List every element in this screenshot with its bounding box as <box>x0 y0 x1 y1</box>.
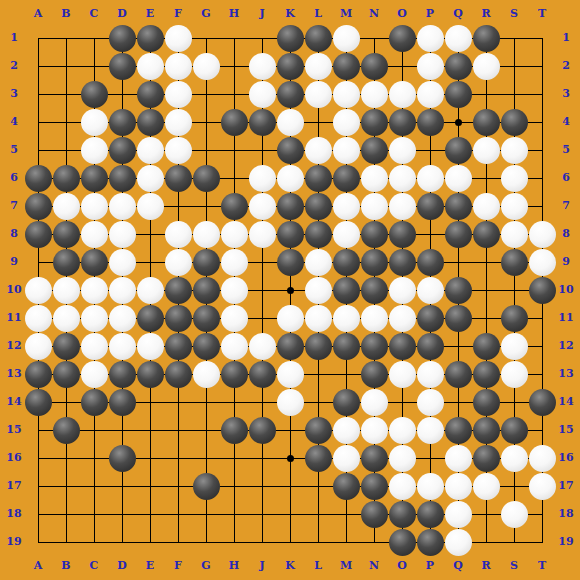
black-stone-R15 <box>473 417 500 444</box>
black-stone-N2 <box>361 53 388 80</box>
row-label-right-1: 1 <box>552 31 580 45</box>
row-label-right-14: 14 <box>552 395 580 409</box>
white-stone-L5 <box>305 137 332 164</box>
white-stone-C4 <box>81 109 108 136</box>
black-stone-P4 <box>417 109 444 136</box>
white-stone-B10 <box>53 277 80 304</box>
black-stone-E11 <box>137 305 164 332</box>
row-label-right-12: 12 <box>552 339 580 353</box>
row-label-right-9: 9 <box>552 255 580 269</box>
row-label-left-16: 16 <box>0 451 28 465</box>
white-stone-F3 <box>165 81 192 108</box>
black-stone-B6 <box>53 165 80 192</box>
col-label-bottom-P: P <box>416 559 444 573</box>
row-label-right-5: 5 <box>552 143 580 157</box>
black-stone-M2 <box>333 53 360 80</box>
black-stone-Q3 <box>445 81 472 108</box>
col-label-bottom-A: A <box>24 559 52 573</box>
go-board-screenshot: AABBCCDDEEFFGGHHJJKKLLMMNNOOPPQQRRSSTT11… <box>0 0 580 580</box>
white-stone-R7 <box>473 193 500 220</box>
black-stone-C14 <box>81 389 108 416</box>
col-label-top-J: J <box>248 7 276 21</box>
white-stone-S5 <box>501 137 528 164</box>
col-label-bottom-B: B <box>52 559 80 573</box>
black-stone-H15 <box>221 417 248 444</box>
black-stone-P19 <box>417 529 444 556</box>
white-stone-S16 <box>501 445 528 472</box>
white-stone-D9 <box>109 249 136 276</box>
white-stone-J12 <box>249 333 276 360</box>
black-stone-S15 <box>501 417 528 444</box>
black-stone-Q8 <box>445 221 472 248</box>
row-label-left-3: 3 <box>0 87 28 101</box>
black-stone-L7 <box>305 193 332 220</box>
black-stone-N10 <box>361 277 388 304</box>
black-stone-J15 <box>249 417 276 444</box>
col-label-top-T: T <box>528 7 556 21</box>
white-stone-N6 <box>361 165 388 192</box>
white-stone-G2 <box>193 53 220 80</box>
white-stone-M7 <box>333 193 360 220</box>
white-stone-L9 <box>305 249 332 276</box>
black-stone-R1 <box>473 25 500 52</box>
white-stone-S6 <box>501 165 528 192</box>
white-stone-S8 <box>501 221 528 248</box>
white-stone-F4 <box>165 109 192 136</box>
white-stone-D12 <box>109 333 136 360</box>
col-label-bottom-M: M <box>332 559 360 573</box>
white-stone-M11 <box>333 305 360 332</box>
white-stone-L3 <box>305 81 332 108</box>
black-stone-C6 <box>81 165 108 192</box>
col-label-top-D: D <box>108 7 136 21</box>
black-stone-O1 <box>389 25 416 52</box>
black-stone-Q13 <box>445 361 472 388</box>
black-stone-K5 <box>277 137 304 164</box>
row-label-left-8: 8 <box>0 227 28 241</box>
col-label-bottom-C: C <box>80 559 108 573</box>
col-label-bottom-F: F <box>164 559 192 573</box>
col-label-bottom-T: T <box>528 559 556 573</box>
row-label-left-14: 14 <box>0 395 28 409</box>
row-label-left-17: 17 <box>0 479 28 493</box>
black-stone-L15 <box>305 417 332 444</box>
row-label-left-11: 11 <box>0 311 28 325</box>
white-stone-P13 <box>417 361 444 388</box>
black-stone-R4 <box>473 109 500 136</box>
white-stone-H9 <box>221 249 248 276</box>
black-stone-N12 <box>361 333 388 360</box>
black-stone-D4 <box>109 109 136 136</box>
black-stone-N8 <box>361 221 388 248</box>
black-stone-P11 <box>417 305 444 332</box>
white-stone-P1 <box>417 25 444 52</box>
white-stone-O13 <box>389 361 416 388</box>
black-stone-A14 <box>25 389 52 416</box>
black-stone-G17 <box>193 473 220 500</box>
white-stone-B7 <box>53 193 80 220</box>
black-stone-C9 <box>81 249 108 276</box>
white-stone-H11 <box>221 305 248 332</box>
white-stone-O6 <box>389 165 416 192</box>
white-stone-K13 <box>277 361 304 388</box>
black-stone-B9 <box>53 249 80 276</box>
black-stone-L16 <box>305 445 332 472</box>
white-stone-N15 <box>361 417 388 444</box>
black-stone-J4 <box>249 109 276 136</box>
white-stone-C5 <box>81 137 108 164</box>
black-stone-M14 <box>333 389 360 416</box>
black-stone-R8 <box>473 221 500 248</box>
col-label-bottom-H: H <box>220 559 248 573</box>
black-stone-L8 <box>305 221 332 248</box>
black-stone-N17 <box>361 473 388 500</box>
white-stone-D10 <box>109 277 136 304</box>
white-stone-L10 <box>305 277 332 304</box>
white-stone-P2 <box>417 53 444 80</box>
black-stone-B12 <box>53 333 80 360</box>
black-stone-Q5 <box>445 137 472 164</box>
row-label-right-18: 18 <box>552 507 580 521</box>
white-stone-Q6 <box>445 165 472 192</box>
white-stone-F8 <box>165 221 192 248</box>
black-stone-J13 <box>249 361 276 388</box>
black-stone-Q2 <box>445 53 472 80</box>
black-stone-G10 <box>193 277 220 304</box>
white-stone-P17 <box>417 473 444 500</box>
white-stone-E10 <box>137 277 164 304</box>
black-stone-Q11 <box>445 305 472 332</box>
white-stone-C8 <box>81 221 108 248</box>
white-stone-C13 <box>81 361 108 388</box>
white-stone-J7 <box>249 193 276 220</box>
black-stone-G11 <box>193 305 220 332</box>
col-label-top-M: M <box>332 7 360 21</box>
white-stone-O10 <box>389 277 416 304</box>
white-stone-S18 <box>501 501 528 528</box>
white-stone-R5 <box>473 137 500 164</box>
white-stone-O11 <box>389 305 416 332</box>
row-label-left-13: 13 <box>0 367 28 381</box>
white-stone-H12 <box>221 333 248 360</box>
white-stone-P14 <box>417 389 444 416</box>
row-label-left-2: 2 <box>0 59 28 73</box>
black-stone-F12 <box>165 333 192 360</box>
white-stone-Q16 <box>445 445 472 472</box>
black-stone-N16 <box>361 445 388 472</box>
white-stone-C10 <box>81 277 108 304</box>
white-stone-A10 <box>25 277 52 304</box>
black-stone-K1 <box>277 25 304 52</box>
black-stone-C3 <box>81 81 108 108</box>
white-stone-A11 <box>25 305 52 332</box>
white-stone-M1 <box>333 25 360 52</box>
row-label-right-10: 10 <box>552 283 580 297</box>
white-stone-M15 <box>333 417 360 444</box>
row-label-right-3: 3 <box>552 87 580 101</box>
white-stone-M4 <box>333 109 360 136</box>
white-stone-M5 <box>333 137 360 164</box>
black-stone-D6 <box>109 165 136 192</box>
black-stone-R13 <box>473 361 500 388</box>
col-label-top-A: A <box>24 7 52 21</box>
black-stone-G9 <box>193 249 220 276</box>
white-stone-E2 <box>137 53 164 80</box>
col-label-top-L: L <box>304 7 332 21</box>
col-label-bottom-D: D <box>108 559 136 573</box>
black-stone-Q15 <box>445 417 472 444</box>
black-stone-P9 <box>417 249 444 276</box>
white-stone-S12 <box>501 333 528 360</box>
black-stone-P18 <box>417 501 444 528</box>
row-label-right-7: 7 <box>552 199 580 213</box>
black-stone-E4 <box>137 109 164 136</box>
white-stone-F1 <box>165 25 192 52</box>
black-stone-K9 <box>277 249 304 276</box>
col-label-top-B: B <box>52 7 80 21</box>
white-stone-D11 <box>109 305 136 332</box>
black-stone-H13 <box>221 361 248 388</box>
row-label-right-8: 8 <box>552 227 580 241</box>
white-stone-N14 <box>361 389 388 416</box>
white-stone-D8 <box>109 221 136 248</box>
white-stone-O16 <box>389 445 416 472</box>
white-stone-P3 <box>417 81 444 108</box>
black-stone-O19 <box>389 529 416 556</box>
row-label-left-9: 9 <box>0 255 28 269</box>
row-label-left-18: 18 <box>0 507 28 521</box>
col-label-top-G: G <box>192 7 220 21</box>
white-stone-P10 <box>417 277 444 304</box>
row-label-left-1: 1 <box>0 31 28 45</box>
black-stone-Q10 <box>445 277 472 304</box>
white-stone-N7 <box>361 193 388 220</box>
row-label-right-15: 15 <box>552 423 580 437</box>
white-stone-H8 <box>221 221 248 248</box>
row-label-right-4: 4 <box>552 115 580 129</box>
black-stone-A8 <box>25 221 52 248</box>
black-stone-K2 <box>277 53 304 80</box>
white-stone-Q19 <box>445 529 472 556</box>
row-label-left-4: 4 <box>0 115 28 129</box>
col-label-top-E: E <box>136 7 164 21</box>
col-label-top-S: S <box>500 7 528 21</box>
black-stone-O8 <box>389 221 416 248</box>
col-label-bottom-Q: Q <box>444 559 472 573</box>
black-stone-R16 <box>473 445 500 472</box>
black-stone-D14 <box>109 389 136 416</box>
col-label-bottom-K: K <box>276 559 304 573</box>
white-stone-J8 <box>249 221 276 248</box>
black-stone-F6 <box>165 165 192 192</box>
col-label-top-N: N <box>360 7 388 21</box>
row-label-right-2: 2 <box>552 59 580 73</box>
black-stone-S9 <box>501 249 528 276</box>
col-label-bottom-E: E <box>136 559 164 573</box>
white-stone-D7 <box>109 193 136 220</box>
row-label-left-6: 6 <box>0 171 28 185</box>
black-stone-B15 <box>53 417 80 444</box>
row-label-right-11: 11 <box>552 311 580 325</box>
black-stone-O4 <box>389 109 416 136</box>
row-label-right-19: 19 <box>552 535 580 549</box>
black-stone-K7 <box>277 193 304 220</box>
black-stone-F13 <box>165 361 192 388</box>
black-stone-D16 <box>109 445 136 472</box>
black-stone-O12 <box>389 333 416 360</box>
col-label-bottom-L: L <box>304 559 332 573</box>
white-stone-B11 <box>53 305 80 332</box>
col-label-bottom-J: J <box>248 559 276 573</box>
black-stone-G6 <box>193 165 220 192</box>
white-stone-P6 <box>417 165 444 192</box>
black-stone-R12 <box>473 333 500 360</box>
white-stone-O17 <box>389 473 416 500</box>
col-label-bottom-G: G <box>192 559 220 573</box>
col-label-top-P: P <box>416 7 444 21</box>
black-stone-R14 <box>473 389 500 416</box>
white-stone-G13 <box>193 361 220 388</box>
white-stone-K6 <box>277 165 304 192</box>
black-stone-E13 <box>137 361 164 388</box>
black-stone-K3 <box>277 81 304 108</box>
black-stone-D2 <box>109 53 136 80</box>
row-label-left-12: 12 <box>0 339 28 353</box>
black-stone-A7 <box>25 193 52 220</box>
black-stone-M12 <box>333 333 360 360</box>
white-stone-G8 <box>193 221 220 248</box>
col-label-top-Q: Q <box>444 7 472 21</box>
white-stone-S7 <box>501 193 528 220</box>
white-stone-S13 <box>501 361 528 388</box>
white-stone-F9 <box>165 249 192 276</box>
black-stone-H4 <box>221 109 248 136</box>
white-stone-L2 <box>305 53 332 80</box>
white-stone-Q17 <box>445 473 472 500</box>
black-stone-D1 <box>109 25 136 52</box>
star-point-K10 <box>287 287 294 294</box>
star-point-K16 <box>287 455 294 462</box>
row-label-left-5: 5 <box>0 143 28 157</box>
black-stone-B13 <box>53 361 80 388</box>
col-label-bottom-S: S <box>500 559 528 573</box>
black-stone-M9 <box>333 249 360 276</box>
white-stone-H10 <box>221 277 248 304</box>
row-label-left-19: 19 <box>0 535 28 549</box>
black-stone-O9 <box>389 249 416 276</box>
black-stone-K8 <box>277 221 304 248</box>
black-stone-N9 <box>361 249 388 276</box>
black-stone-N5 <box>361 137 388 164</box>
row-label-right-6: 6 <box>552 171 580 185</box>
white-stone-M8 <box>333 221 360 248</box>
white-stone-C11 <box>81 305 108 332</box>
black-stone-S4 <box>501 109 528 136</box>
black-stone-E1 <box>137 25 164 52</box>
white-stone-C7 <box>81 193 108 220</box>
star-point-Q4 <box>455 119 462 126</box>
black-stone-A13 <box>25 361 52 388</box>
white-stone-K4 <box>277 109 304 136</box>
row-label-right-16: 16 <box>552 451 580 465</box>
col-label-bottom-O: O <box>388 559 416 573</box>
col-label-top-O: O <box>388 7 416 21</box>
row-label-left-7: 7 <box>0 199 28 213</box>
row-label-right-17: 17 <box>552 479 580 493</box>
col-label-top-C: C <box>80 7 108 21</box>
white-stone-M16 <box>333 445 360 472</box>
white-stone-J3 <box>249 81 276 108</box>
black-stone-M6 <box>333 165 360 192</box>
white-stone-J6 <box>249 165 276 192</box>
white-stone-O5 <box>389 137 416 164</box>
white-stone-L11 <box>305 305 332 332</box>
white-stone-N3 <box>361 81 388 108</box>
white-stone-F2 <box>165 53 192 80</box>
col-label-top-K: K <box>276 7 304 21</box>
white-stone-K14 <box>277 389 304 416</box>
white-stone-R2 <box>473 53 500 80</box>
black-stone-Q7 <box>445 193 472 220</box>
black-stone-G12 <box>193 333 220 360</box>
black-stone-A6 <box>25 165 52 192</box>
white-stone-C12 <box>81 333 108 360</box>
black-stone-N13 <box>361 361 388 388</box>
black-stone-L12 <box>305 333 332 360</box>
white-stone-J2 <box>249 53 276 80</box>
black-stone-O18 <box>389 501 416 528</box>
white-stone-P15 <box>417 417 444 444</box>
white-stone-E6 <box>137 165 164 192</box>
col-label-top-H: H <box>220 7 248 21</box>
black-stone-D5 <box>109 137 136 164</box>
row-label-left-15: 15 <box>0 423 28 437</box>
white-stone-E5 <box>137 137 164 164</box>
white-stone-M3 <box>333 81 360 108</box>
black-stone-P12 <box>417 333 444 360</box>
white-stone-K11 <box>277 305 304 332</box>
black-stone-M10 <box>333 277 360 304</box>
black-stone-L1 <box>305 25 332 52</box>
black-stone-N4 <box>361 109 388 136</box>
white-stone-O7 <box>389 193 416 220</box>
black-stone-B8 <box>53 221 80 248</box>
black-stone-F11 <box>165 305 192 332</box>
col-label-top-R: R <box>472 7 500 21</box>
white-stone-O15 <box>389 417 416 444</box>
black-stone-P7 <box>417 193 444 220</box>
white-stone-F5 <box>165 137 192 164</box>
black-stone-K12 <box>277 333 304 360</box>
black-stone-D13 <box>109 361 136 388</box>
white-stone-E7 <box>137 193 164 220</box>
white-stone-N11 <box>361 305 388 332</box>
white-stone-E12 <box>137 333 164 360</box>
black-stone-M17 <box>333 473 360 500</box>
white-stone-O3 <box>389 81 416 108</box>
black-stone-H7 <box>221 193 248 220</box>
white-stone-R17 <box>473 473 500 500</box>
white-stone-Q1 <box>445 25 472 52</box>
black-stone-N18 <box>361 501 388 528</box>
row-label-left-10: 10 <box>0 283 28 297</box>
black-stone-L6 <box>305 165 332 192</box>
black-stone-F10 <box>165 277 192 304</box>
row-label-right-13: 13 <box>552 367 580 381</box>
col-label-bottom-R: R <box>472 559 500 573</box>
white-stone-A12 <box>25 333 52 360</box>
col-label-top-F: F <box>164 7 192 21</box>
